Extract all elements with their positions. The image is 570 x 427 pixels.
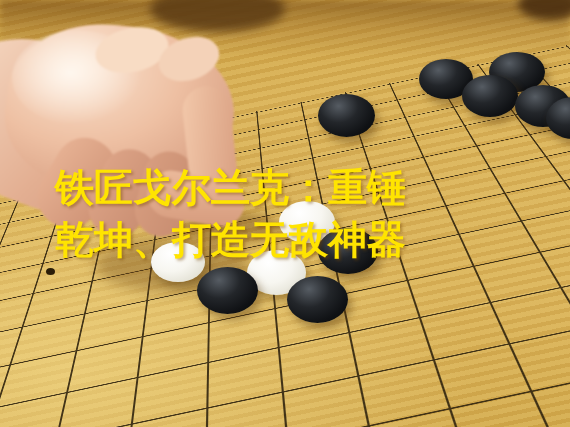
go-photo-frame: 铁匠戈尔兰克：重锤 乾坤、打造无敌神器 [0, 0, 570, 427]
caption-line-1: 铁匠戈尔兰克：重锤 [55, 161, 406, 215]
caption-line-2: 乾坤、打造无敌神器 [55, 213, 406, 267]
